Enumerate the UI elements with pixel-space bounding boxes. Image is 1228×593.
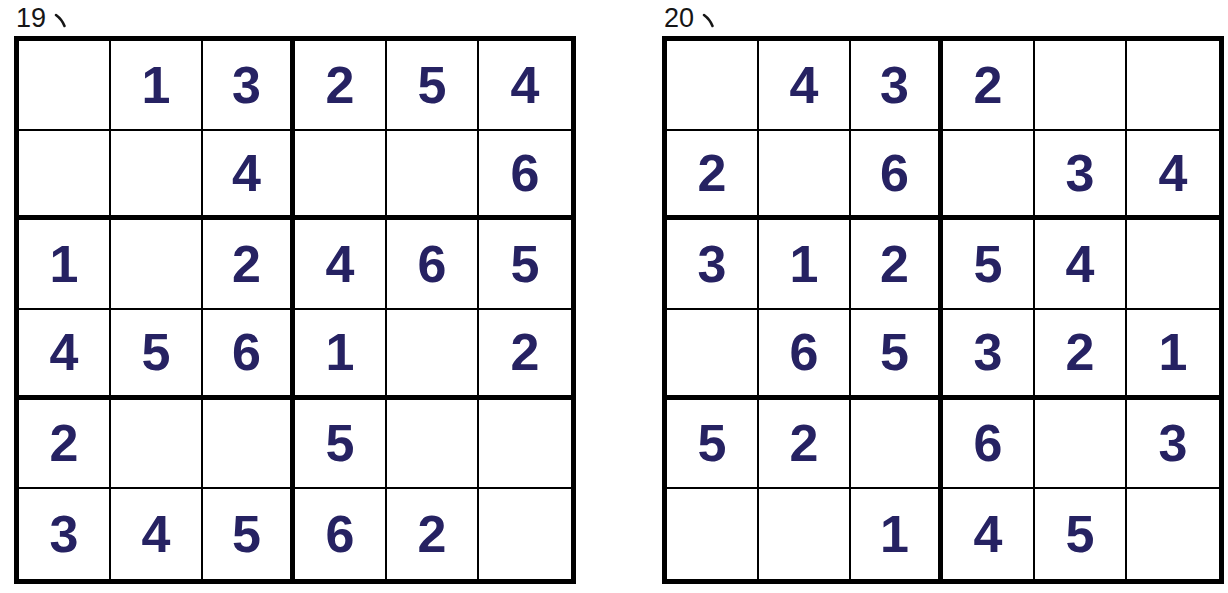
cell-r5c6 (479, 400, 571, 490)
puzzle-19: 19 132544612465456122534562 (14, 5, 576, 584)
cell-r2c5: 3 (1035, 131, 1127, 221)
cell-r6c2 (759, 489, 851, 579)
puzzle-20-number: 20 (664, 5, 694, 31)
cell-r1c4: 2 (295, 41, 387, 131)
cell-r5c2: 2 (759, 400, 851, 490)
cell-r2c2 (759, 131, 851, 221)
cell-r3c6: 5 (479, 220, 571, 310)
cell-r6c1: 3 (19, 489, 111, 579)
cell-r6c1 (667, 489, 759, 579)
cell-r2c6: 4 (1127, 131, 1219, 221)
ideographic-comma-icon (701, 13, 716, 28)
cell-r2c6: 6 (479, 131, 571, 221)
puzzle-19-label: 19 (16, 5, 576, 31)
cell-r5c5 (1035, 400, 1127, 490)
cell-r1c3: 3 (851, 41, 943, 131)
cell-r2c1: 2 (667, 131, 759, 221)
cell-r3c2: 1 (759, 220, 851, 310)
cell-r4c3: 5 (851, 310, 943, 400)
cell-r4c5 (387, 310, 479, 400)
cell-r6c4: 6 (295, 489, 387, 579)
cell-r2c4 (943, 131, 1035, 221)
cell-r4c2: 6 (759, 310, 851, 400)
cell-r1c5: 5 (387, 41, 479, 131)
cell-r6c6 (1127, 489, 1219, 579)
cell-r1c3: 3 (203, 41, 295, 131)
cell-r1c2: 4 (759, 41, 851, 131)
cell-r1c2: 1 (111, 41, 203, 131)
cell-r4c1: 4 (19, 310, 111, 400)
cell-r1c6: 4 (479, 41, 571, 131)
cell-r2c4 (295, 131, 387, 221)
cell-r4c3: 6 (203, 310, 295, 400)
cell-r3c4: 5 (943, 220, 1035, 310)
cell-r4c6: 1 (1127, 310, 1219, 400)
cell-r4c6: 2 (479, 310, 571, 400)
cell-r6c3: 5 (203, 489, 295, 579)
cell-r3c2 (111, 220, 203, 310)
cell-r6c3: 1 (851, 489, 943, 579)
cell-r3c3: 2 (851, 220, 943, 310)
cell-r5c3 (851, 400, 943, 490)
cell-r3c1: 3 (667, 220, 759, 310)
cell-r3c4: 4 (295, 220, 387, 310)
puzzle-20: 20 432263431254653215263145 (662, 5, 1224, 584)
cell-r1c4: 2 (943, 41, 1035, 131)
cell-r1c1 (19, 41, 111, 131)
cell-r4c2: 5 (111, 310, 203, 400)
cell-r3c5: 4 (1035, 220, 1127, 310)
cell-r6c4: 4 (943, 489, 1035, 579)
cell-r5c2 (111, 400, 203, 490)
cell-r5c1: 2 (19, 400, 111, 490)
sudoku-grid-19: 132544612465456122534562 (14, 36, 576, 584)
cell-r5c4: 6 (943, 400, 1035, 490)
cell-r3c1: 1 (19, 220, 111, 310)
cell-r5c6: 3 (1127, 400, 1219, 490)
puzzle-20-label: 20 (664, 5, 1224, 31)
cell-r3c3: 2 (203, 220, 295, 310)
cell-r4c1 (667, 310, 759, 400)
cell-r1c6 (1127, 41, 1219, 131)
cell-r3c6 (1127, 220, 1219, 310)
cell-r4c5: 2 (1035, 310, 1127, 400)
cell-r5c5 (387, 400, 479, 490)
cell-r1c1 (667, 41, 759, 131)
puzzle-19-number: 19 (16, 5, 46, 31)
cell-r2c2 (111, 131, 203, 221)
sudoku-grid-20: 432263431254653215263145 (662, 36, 1224, 584)
cell-r1c5 (1035, 41, 1127, 131)
cell-r5c4: 5 (295, 400, 387, 490)
cell-r6c2: 4 (111, 489, 203, 579)
cell-r5c3 (203, 400, 295, 490)
cell-r2c1 (19, 131, 111, 221)
cell-r3c5: 6 (387, 220, 479, 310)
ideographic-comma-icon (53, 13, 68, 28)
cell-r6c5: 2 (387, 489, 479, 579)
cell-r5c1: 5 (667, 400, 759, 490)
cell-r6c5: 5 (1035, 489, 1127, 579)
cell-r2c5 (387, 131, 479, 221)
cell-r2c3: 4 (203, 131, 295, 221)
cell-r4c4: 1 (295, 310, 387, 400)
cell-r2c3: 6 (851, 131, 943, 221)
cell-r6c6 (479, 489, 571, 579)
cell-r4c4: 3 (943, 310, 1035, 400)
